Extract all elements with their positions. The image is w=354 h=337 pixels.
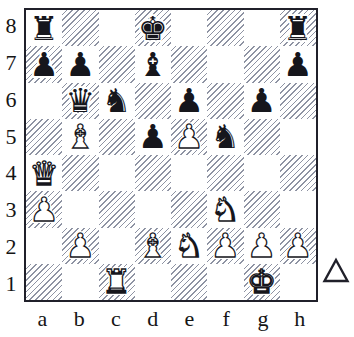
square-g7[interactable] bbox=[244, 46, 280, 82]
square-b1[interactable] bbox=[62, 264, 98, 300]
chess-diagram: 87654321 ♜♚♜♟♟♝♟♛♞♟♟♝♟♟♞♛♟♞♟♝♞♟♟♟♜♚ abcd… bbox=[0, 0, 354, 337]
square-b2[interactable]: ♟ bbox=[62, 228, 98, 264]
square-a5[interactable] bbox=[26, 119, 62, 155]
white-king[interactable]: ♚ bbox=[247, 265, 277, 298]
square-h1[interactable] bbox=[280, 264, 316, 300]
white-rook[interactable]: ♜ bbox=[102, 265, 132, 298]
black-pawn[interactable]: ♟ bbox=[174, 84, 204, 117]
file-label-e: e bbox=[171, 304, 208, 334]
square-e4[interactable] bbox=[171, 155, 207, 191]
square-f4[interactable] bbox=[207, 155, 243, 191]
square-d3[interactable] bbox=[135, 191, 171, 227]
white-to-move-icon bbox=[322, 257, 350, 285]
square-b7[interactable]: ♟ bbox=[62, 46, 98, 82]
white-pawn[interactable]: ♟ bbox=[247, 229, 277, 262]
white-pawn[interactable]: ♟ bbox=[66, 229, 96, 262]
square-e6[interactable]: ♟ bbox=[171, 83, 207, 119]
black-pawn[interactable]: ♟ bbox=[283, 48, 313, 81]
square-h6[interactable] bbox=[280, 83, 316, 119]
rank-label-2: 2 bbox=[0, 229, 22, 266]
square-e5[interactable]: ♟ bbox=[171, 119, 207, 155]
black-king[interactable]: ♚ bbox=[138, 12, 168, 45]
file-label-c: c bbox=[98, 304, 135, 334]
square-g4[interactable] bbox=[244, 155, 280, 191]
square-a2[interactable] bbox=[26, 228, 62, 264]
square-h4[interactable] bbox=[280, 155, 316, 191]
square-e2[interactable]: ♞ bbox=[171, 228, 207, 264]
square-f8[interactable] bbox=[207, 10, 243, 46]
square-h7[interactable]: ♟ bbox=[280, 46, 316, 82]
file-label-g: g bbox=[245, 304, 282, 334]
rank-label-3: 3 bbox=[0, 192, 22, 229]
white-knight[interactable]: ♞ bbox=[211, 193, 241, 226]
square-e3[interactable] bbox=[171, 191, 207, 227]
white-knight[interactable]: ♞ bbox=[174, 229, 204, 262]
square-d5[interactable]: ♟ bbox=[135, 119, 171, 155]
file-labels: abcdefgh bbox=[24, 304, 318, 334]
square-b6[interactable]: ♛ bbox=[62, 83, 98, 119]
file-label-d: d bbox=[134, 304, 171, 334]
white-pawn[interactable]: ♟ bbox=[283, 229, 313, 262]
square-f5[interactable]: ♞ bbox=[207, 119, 243, 155]
white-queen[interactable]: ♛ bbox=[29, 157, 59, 190]
square-c2[interactable] bbox=[99, 228, 135, 264]
square-a3[interactable]: ♟ bbox=[26, 191, 62, 227]
white-pawn[interactable]: ♟ bbox=[174, 120, 204, 153]
black-bishop[interactable]: ♝ bbox=[138, 48, 168, 81]
square-d6[interactable] bbox=[135, 83, 171, 119]
square-e1[interactable] bbox=[171, 264, 207, 300]
black-pawn[interactable]: ♟ bbox=[66, 48, 96, 81]
square-c3[interactable] bbox=[99, 191, 135, 227]
square-b4[interactable] bbox=[62, 155, 98, 191]
file-label-b: b bbox=[61, 304, 98, 334]
square-f7[interactable] bbox=[207, 46, 243, 82]
white-pawn[interactable]: ♟ bbox=[29, 193, 59, 226]
black-rook[interactable]: ♜ bbox=[283, 12, 313, 45]
file-label-h: h bbox=[281, 304, 318, 334]
square-h8[interactable]: ♜ bbox=[280, 10, 316, 46]
black-pawn[interactable]: ♟ bbox=[247, 84, 277, 117]
square-a7[interactable]: ♟ bbox=[26, 46, 62, 82]
white-bishop[interactable]: ♝ bbox=[66, 120, 96, 153]
black-pawn[interactable]: ♟ bbox=[29, 48, 59, 81]
white-pawn[interactable]: ♟ bbox=[211, 229, 241, 262]
square-f3[interactable]: ♞ bbox=[207, 191, 243, 227]
square-g1[interactable]: ♚ bbox=[244, 264, 280, 300]
square-e7[interactable] bbox=[171, 46, 207, 82]
rank-label-5: 5 bbox=[0, 118, 22, 155]
black-knight[interactable]: ♞ bbox=[102, 84, 132, 117]
rank-label-6: 6 bbox=[0, 82, 22, 119]
file-label-f: f bbox=[208, 304, 245, 334]
square-d2[interactable]: ♝ bbox=[135, 228, 171, 264]
square-d8[interactable]: ♚ bbox=[135, 10, 171, 46]
rank-label-7: 7 bbox=[0, 45, 22, 82]
square-b5[interactable]: ♝ bbox=[62, 119, 98, 155]
black-knight[interactable]: ♞ bbox=[211, 120, 241, 153]
square-h2[interactable]: ♟ bbox=[280, 228, 316, 264]
file-label-a: a bbox=[24, 304, 61, 334]
square-d7[interactable]: ♝ bbox=[135, 46, 171, 82]
square-f1[interactable] bbox=[207, 264, 243, 300]
square-g8[interactable] bbox=[244, 10, 280, 46]
square-c1[interactable]: ♜ bbox=[99, 264, 135, 300]
square-b3[interactable] bbox=[62, 191, 98, 227]
square-f6[interactable] bbox=[207, 83, 243, 119]
square-g5[interactable] bbox=[244, 119, 280, 155]
square-c5[interactable] bbox=[99, 119, 135, 155]
square-a8[interactable]: ♜ bbox=[26, 10, 62, 46]
black-queen[interactable]: ♛ bbox=[66, 84, 96, 117]
square-c6[interactable]: ♞ bbox=[99, 83, 135, 119]
square-b8[interactable] bbox=[62, 10, 98, 46]
chess-board: ♜♚♜♟♟♝♟♛♞♟♟♝♟♟♞♛♟♞♟♝♞♟♟♟♜♚ bbox=[24, 8, 318, 302]
square-e8[interactable] bbox=[171, 10, 207, 46]
square-c4[interactable] bbox=[99, 155, 135, 191]
square-c8[interactable] bbox=[99, 10, 135, 46]
square-g3[interactable] bbox=[244, 191, 280, 227]
square-d1[interactable] bbox=[135, 264, 171, 300]
square-h3[interactable] bbox=[280, 191, 316, 227]
square-g2[interactable]: ♟ bbox=[244, 228, 280, 264]
square-h5[interactable] bbox=[280, 119, 316, 155]
square-f2[interactable]: ♟ bbox=[207, 228, 243, 264]
square-g6[interactable]: ♟ bbox=[244, 83, 280, 119]
black-rook[interactable]: ♜ bbox=[29, 12, 59, 45]
rank-labels: 87654321 bbox=[0, 8, 22, 302]
square-a1[interactable] bbox=[26, 264, 62, 300]
square-a4[interactable]: ♛ bbox=[26, 155, 62, 191]
rank-label-1: 1 bbox=[0, 265, 22, 302]
square-d4[interactable] bbox=[135, 155, 171, 191]
rank-label-4: 4 bbox=[0, 155, 22, 192]
square-c7[interactable] bbox=[99, 46, 135, 82]
black-pawn[interactable]: ♟ bbox=[138, 120, 168, 153]
square-a6[interactable] bbox=[26, 83, 62, 119]
white-bishop[interactable]: ♝ bbox=[138, 229, 168, 262]
rank-label-8: 8 bbox=[0, 8, 22, 45]
